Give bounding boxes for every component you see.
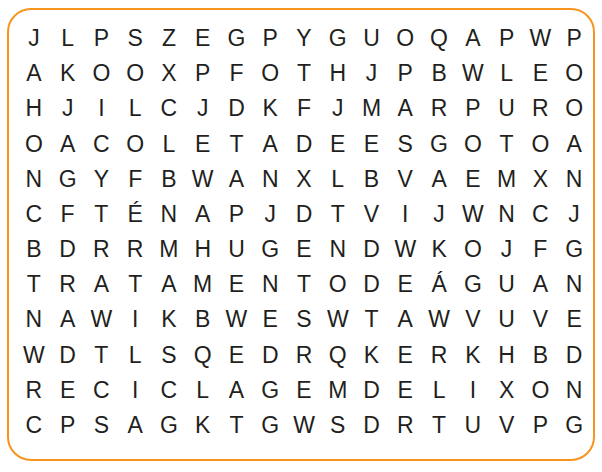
- grid-cell[interactable]: J: [422, 197, 456, 232]
- grid-cell[interactable]: T: [321, 197, 355, 232]
- grid-cell[interactable]: F: [523, 232, 557, 267]
- grid-cell[interactable]: A: [186, 197, 220, 232]
- grid-cell[interactable]: R: [85, 232, 119, 267]
- grid-cell[interactable]: W: [388, 232, 422, 267]
- grid-cell[interactable]: C: [85, 373, 119, 408]
- grid-cell[interactable]: D: [51, 232, 85, 267]
- grid-cell[interactable]: Á: [422, 267, 456, 302]
- grid-cell[interactable]: I: [118, 302, 152, 337]
- grid-cell[interactable]: É: [118, 197, 152, 232]
- grid-cell[interactable]: E: [557, 302, 591, 337]
- grid-cell[interactable]: G: [422, 127, 456, 162]
- grid-cell[interactable]: K: [422, 232, 456, 267]
- grid-cell[interactable]: E: [186, 127, 220, 162]
- grid-cell[interactable]: V: [523, 302, 557, 337]
- grid-cell[interactable]: X: [523, 162, 557, 197]
- grid-cell[interactable]: O: [388, 21, 422, 56]
- grid-cell[interactable]: Q: [422, 21, 456, 56]
- grid-cell[interactable]: R: [388, 408, 422, 443]
- grid-cell[interactable]: P: [186, 56, 220, 91]
- grid-cell[interactable]: G: [557, 232, 591, 267]
- grid-cell[interactable]: M: [490, 162, 524, 197]
- grid-cell[interactable]: A: [17, 56, 51, 91]
- grid-cell[interactable]: C: [17, 197, 51, 232]
- grid-cell[interactable]: D: [557, 338, 591, 373]
- grid-cell[interactable]: J: [321, 91, 355, 126]
- grid-cell[interactable]: U: [456, 408, 490, 443]
- grid-cell[interactable]: D: [355, 232, 389, 267]
- grid-cell[interactable]: Q: [321, 338, 355, 373]
- grid-cell[interactable]: T: [220, 127, 254, 162]
- grid-cell[interactable]: V: [355, 197, 389, 232]
- grid-cell[interactable]: J: [557, 197, 591, 232]
- grid-cell[interactable]: O: [253, 56, 287, 91]
- grid-cell[interactable]: V: [490, 408, 524, 443]
- grid-cell[interactable]: G: [220, 21, 254, 56]
- grid-cell[interactable]: T: [85, 197, 119, 232]
- grid-cell[interactable]: W: [321, 302, 355, 337]
- grid-cell[interactable]: O: [17, 127, 51, 162]
- grid-cell[interactable]: A: [118, 408, 152, 443]
- grid-cell[interactable]: T: [287, 56, 321, 91]
- grid-cell[interactable]: L: [118, 338, 152, 373]
- grid-cell[interactable]: T: [287, 267, 321, 302]
- grid-cell[interactable]: J: [253, 197, 287, 232]
- grid-cell[interactable]: D: [287, 127, 321, 162]
- grid-cell[interactable]: A: [152, 267, 186, 302]
- grid-cell[interactable]: W: [422, 302, 456, 337]
- grid-cell[interactable]: R: [422, 338, 456, 373]
- grid-cell[interactable]: E: [51, 373, 85, 408]
- grid-cell[interactable]: E: [220, 267, 254, 302]
- grid-cell[interactable]: J: [355, 56, 389, 91]
- grid-cell[interactable]: W: [220, 302, 254, 337]
- grid-cell[interactable]: O: [557, 91, 591, 126]
- grid-cell[interactable]: K: [51, 56, 85, 91]
- grid-cell[interactable]: G: [456, 267, 490, 302]
- grid-cell[interactable]: K: [456, 338, 490, 373]
- grid-cell[interactable]: E: [287, 373, 321, 408]
- grid-cell[interactable]: O: [523, 127, 557, 162]
- grid-cell[interactable]: T: [118, 267, 152, 302]
- grid-cell[interactable]: I: [118, 373, 152, 408]
- grid-cell[interactable]: D: [355, 267, 389, 302]
- grid-cell[interactable]: G: [253, 232, 287, 267]
- grid-cell[interactable]: M: [355, 91, 389, 126]
- grid-cell[interactable]: R: [17, 373, 51, 408]
- grid-cell[interactable]: O: [118, 56, 152, 91]
- word-search-board: JLPSZEGPYGUOQAPWPAKOOXPFOTHJPBWLEOHJILCJ…: [7, 8, 595, 461]
- grid-cell[interactable]: G: [152, 408, 186, 443]
- grid-cell[interactable]: F: [287, 91, 321, 126]
- grid-cell[interactable]: P: [557, 21, 591, 56]
- grid-cell[interactable]: S: [118, 21, 152, 56]
- grid-cell[interactable]: L: [422, 373, 456, 408]
- grid-cell[interactable]: T: [17, 267, 51, 302]
- grid-cell[interactable]: P: [388, 56, 422, 91]
- grid-cell[interactable]: G: [253, 408, 287, 443]
- grid-cell[interactable]: S: [321, 408, 355, 443]
- grid-cell[interactable]: D: [287, 197, 321, 232]
- grid-cell[interactable]: J: [17, 21, 51, 56]
- grid-cell[interactable]: P: [220, 197, 254, 232]
- grid-cell[interactable]: N: [557, 162, 591, 197]
- grid-cell[interactable]: H: [17, 91, 51, 126]
- grid-cell[interactable]: O: [456, 127, 490, 162]
- grid-cell[interactable]: N: [17, 162, 51, 197]
- grid-cell[interactable]: L: [51, 21, 85, 56]
- grid-cell[interactable]: C: [152, 91, 186, 126]
- grid-cell[interactable]: I: [456, 373, 490, 408]
- grid-cell[interactable]: O: [523, 373, 557, 408]
- grid-cell[interactable]: F: [118, 162, 152, 197]
- grid-cell[interactable]: M: [152, 232, 186, 267]
- grid-cell[interactable]: D: [253, 338, 287, 373]
- grid-cell[interactable]: B: [523, 338, 557, 373]
- grid-cell[interactable]: S: [152, 338, 186, 373]
- grid-cell[interactable]: U: [490, 91, 524, 126]
- grid-cell[interactable]: B: [17, 232, 51, 267]
- grid-cell[interactable]: G: [253, 373, 287, 408]
- grid-cell[interactable]: N: [490, 197, 524, 232]
- grid-cell[interactable]: S: [287, 302, 321, 337]
- grid-cell[interactable]: A: [388, 302, 422, 337]
- grid-cell[interactable]: A: [557, 127, 591, 162]
- grid-cell[interactable]: U: [220, 232, 254, 267]
- grid-cell[interactable]: T: [355, 302, 389, 337]
- grid-cell[interactable]: P: [490, 21, 524, 56]
- grid-cell[interactable]: J: [51, 91, 85, 126]
- grid-cell[interactable]: I: [388, 197, 422, 232]
- grid-cell[interactable]: Y: [287, 21, 321, 56]
- grid-cell[interactable]: P: [523, 408, 557, 443]
- grid-cell[interactable]: W: [456, 197, 490, 232]
- grid-cell[interactable]: W: [523, 21, 557, 56]
- grid-cell[interactable]: E: [321, 127, 355, 162]
- grid-cell[interactable]: A: [523, 267, 557, 302]
- grid-cell[interactable]: A: [220, 373, 254, 408]
- grid-cell[interactable]: T: [490, 127, 524, 162]
- grid-cell[interactable]: L: [152, 127, 186, 162]
- grid-cell[interactable]: H: [186, 232, 220, 267]
- grid-cell[interactable]: N: [557, 373, 591, 408]
- grid-cell[interactable]: M: [186, 267, 220, 302]
- grid-cell[interactable]: E: [388, 373, 422, 408]
- grid-cell[interactable]: W: [186, 162, 220, 197]
- grid-cell[interactable]: T: [85, 338, 119, 373]
- grid-cell[interactable]: D: [51, 338, 85, 373]
- grid-cell[interactable]: B: [422, 56, 456, 91]
- grid-cell[interactable]: I: [85, 91, 119, 126]
- grid-cell[interactable]: P: [51, 408, 85, 443]
- grid-cell[interactable]: E: [287, 232, 321, 267]
- grid-cell[interactable]: A: [85, 267, 119, 302]
- grid-cell[interactable]: G: [51, 162, 85, 197]
- grid-cell[interactable]: E: [388, 338, 422, 373]
- grid-cell[interactable]: S: [388, 127, 422, 162]
- grid-cell[interactable]: N: [253, 162, 287, 197]
- grid-cell[interactable]: A: [422, 162, 456, 197]
- grid-cell[interactable]: E: [186, 21, 220, 56]
- grid-cell[interactable]: A: [220, 162, 254, 197]
- grid-cell[interactable]: E: [388, 267, 422, 302]
- grid-cell[interactable]: L: [490, 56, 524, 91]
- grid-cell[interactable]: O: [321, 267, 355, 302]
- grid-cell[interactable]: O: [85, 56, 119, 91]
- grid-cell[interactable]: W: [17, 338, 51, 373]
- grid-cell[interactable]: N: [321, 232, 355, 267]
- grid-cell[interactable]: G: [557, 408, 591, 443]
- grid-cell[interactable]: N: [152, 197, 186, 232]
- grid-cell[interactable]: B: [152, 162, 186, 197]
- grid-cell[interactable]: A: [51, 127, 85, 162]
- grid-cell[interactable]: H: [321, 56, 355, 91]
- grid-cell[interactable]: N: [253, 267, 287, 302]
- grid-cell[interactable]: A: [388, 91, 422, 126]
- grid-cell[interactable]: M: [321, 373, 355, 408]
- grid-cell[interactable]: J: [186, 91, 220, 126]
- grid-cell[interactable]: G: [321, 21, 355, 56]
- grid-cell[interactable]: K: [355, 338, 389, 373]
- grid-cell[interactable]: K: [253, 91, 287, 126]
- grid-cell[interactable]: F: [51, 197, 85, 232]
- letter-grid: JLPSZEGPYGUOQAPWPAKOOXPFOTHJPBWLEOHJILCJ…: [17, 21, 591, 443]
- grid-cell[interactable]: C: [152, 373, 186, 408]
- grid-cell[interactable]: K: [186, 408, 220, 443]
- grid-cell[interactable]: S: [85, 408, 119, 443]
- grid-cell[interactable]: Q: [186, 338, 220, 373]
- grid-cell[interactable]: D: [220, 91, 254, 126]
- grid-cell[interactable]: X: [152, 56, 186, 91]
- grid-cell[interactable]: W: [456, 56, 490, 91]
- grid-cell[interactable]: C: [523, 197, 557, 232]
- grid-cell[interactable]: A: [253, 127, 287, 162]
- grid-cell[interactable]: E: [220, 338, 254, 373]
- grid-cell[interactable]: C: [17, 408, 51, 443]
- grid-cell[interactable]: C: [85, 127, 119, 162]
- grid-cell[interactable]: B: [186, 302, 220, 337]
- grid-cell[interactable]: R: [287, 338, 321, 373]
- grid-cell[interactable]: H: [490, 338, 524, 373]
- grid-cell[interactable]: B: [355, 162, 389, 197]
- grid-cell[interactable]: N: [557, 267, 591, 302]
- grid-cell[interactable]: Z: [152, 21, 186, 56]
- grid-cell[interactable]: X: [490, 373, 524, 408]
- grid-cell[interactable]: T: [220, 408, 254, 443]
- grid-cell[interactable]: D: [355, 373, 389, 408]
- grid-cell[interactable]: U: [355, 21, 389, 56]
- grid-cell[interactable]: R: [422, 91, 456, 126]
- grid-cell[interactable]: P: [85, 21, 119, 56]
- grid-cell[interactable]: F: [220, 56, 254, 91]
- grid-cell[interactable]: U: [490, 302, 524, 337]
- grid-cell[interactable]: A: [51, 302, 85, 337]
- grid-cell[interactable]: X: [287, 162, 321, 197]
- grid-cell[interactable]: L: [321, 162, 355, 197]
- grid-cell[interactable]: O: [118, 127, 152, 162]
- grid-cell[interactable]: U: [490, 267, 524, 302]
- grid-cell[interactable]: A: [456, 21, 490, 56]
- grid-cell[interactable]: Y: [85, 162, 119, 197]
- grid-cell[interactable]: R: [118, 232, 152, 267]
- grid-cell[interactable]: P: [456, 91, 490, 126]
- grid-cell[interactable]: L: [118, 91, 152, 126]
- grid-cell[interactable]: R: [523, 91, 557, 126]
- grid-cell[interactable]: J: [490, 232, 524, 267]
- grid-cell[interactable]: P: [253, 21, 287, 56]
- grid-cell[interactable]: D: [355, 408, 389, 443]
- grid-cell[interactable]: E: [253, 302, 287, 337]
- grid-cell[interactable]: V: [456, 302, 490, 337]
- grid-cell[interactable]: E: [456, 162, 490, 197]
- grid-cell[interactable]: E: [355, 127, 389, 162]
- grid-cell[interactable]: L: [186, 373, 220, 408]
- grid-cell[interactable]: W: [287, 408, 321, 443]
- grid-cell[interactable]: K: [152, 302, 186, 337]
- grid-cell[interactable]: W: [85, 302, 119, 337]
- grid-cell[interactable]: V: [388, 162, 422, 197]
- grid-cell[interactable]: O: [557, 56, 591, 91]
- grid-cell[interactable]: R: [51, 267, 85, 302]
- grid-cell[interactable]: E: [523, 56, 557, 91]
- grid-cell[interactable]: T: [422, 408, 456, 443]
- grid-cell[interactable]: O: [456, 232, 490, 267]
- grid-cell[interactable]: N: [17, 302, 51, 337]
